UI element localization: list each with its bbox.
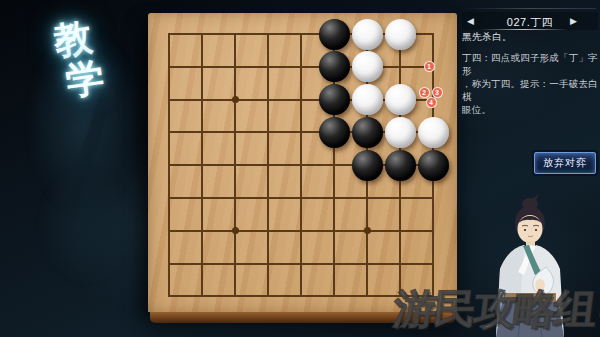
white-stone	[352, 19, 383, 50]
black-stone	[319, 19, 350, 50]
black-stone	[319, 51, 350, 82]
calligraphy-teach-char: 教	[52, 18, 95, 61]
side-panel: ◀ 027.丁四 ▶ 黑先杀白。 丁四：四点或四子形成「丁」字形 ，称为丁四。提…	[458, 0, 600, 200]
star-point	[232, 96, 239, 103]
watermark: 游民攻略组►	[391, 282, 600, 337]
grid-line-horizontal	[168, 295, 434, 297]
grid-line-horizontal	[168, 263, 434, 265]
black-stone	[352, 150, 383, 181]
resign-button[interactable]: 放弃对弈	[534, 152, 596, 174]
tutorial-banner: 教 学	[0, 0, 160, 337]
objective-text: 黑先杀白。	[462, 30, 512, 44]
game-screen: 教 学 1234 ◀ 027.丁四 ▶ 黑先杀白。 丁四：四点或四子形成「丁」字…	[0, 0, 600, 337]
watermark-arrow-icon: ►	[595, 295, 600, 321]
eye-right	[535, 229, 537, 231]
move-badge-1: 1	[424, 61, 435, 72]
white-stone	[385, 84, 416, 115]
description-text: 丁四：四点或四子形成「丁」字形 ，称为丁四。提示：一手破去白棋 眼位。	[462, 51, 599, 116]
move-badge-2: 2	[419, 87, 430, 98]
eye-left	[524, 229, 526, 231]
next-puzzle-button[interactable]: ▶	[570, 16, 577, 26]
grid-line-horizontal	[168, 197, 434, 199]
white-stone	[352, 84, 383, 115]
move-badge-4: 4	[426, 97, 437, 108]
white-stone	[418, 117, 449, 148]
calligraphy-learn-char: 学	[64, 58, 107, 101]
black-stone	[418, 150, 449, 181]
black-stone	[319, 84, 350, 115]
star-point	[232, 227, 239, 234]
white-stone	[385, 19, 416, 50]
watermark-text: 游民攻略组	[391, 286, 597, 332]
grid-line-horizontal	[168, 230, 434, 232]
panel-divider	[464, 8, 596, 9]
black-stone	[385, 150, 416, 181]
go-board[interactable]: 1234	[148, 13, 457, 323]
black-stone	[352, 117, 383, 148]
white-stone	[385, 117, 416, 148]
star-point	[364, 227, 371, 234]
white-stone	[352, 51, 383, 82]
black-stone	[319, 117, 350, 148]
move-badge-3: 3	[432, 87, 443, 98]
board-face[interactable]: 1234	[148, 13, 457, 312]
puzzle-title: 027.丁四	[462, 15, 598, 30]
